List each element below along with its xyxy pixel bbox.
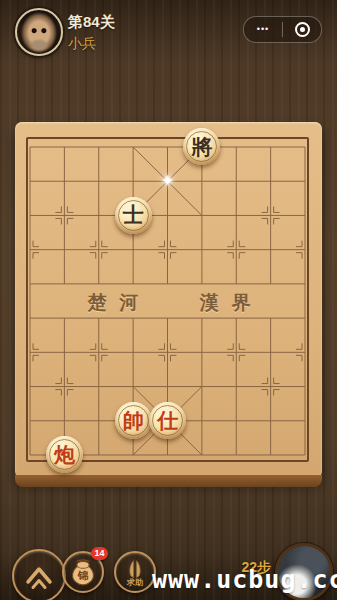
exit-icon bbox=[295, 22, 310, 37]
player-rank: 小兵 bbox=[68, 35, 96, 53]
ask-help-button[interactable]: 求助 bbox=[114, 551, 156, 593]
hint-bag-char: 锦 bbox=[77, 570, 89, 581]
watermark-text: www.ucbug.cc bbox=[152, 565, 337, 594]
hint-count-badge: 14 bbox=[91, 547, 108, 560]
praying-hands-icon: 求助 bbox=[117, 554, 153, 590]
piece-red-炮[interactable]: 炮 bbox=[46, 436, 83, 473]
xiangqi-board: 楚河 漢界 ✦✦將士帥仕炮 bbox=[15, 122, 322, 478]
help-label: 求助 bbox=[126, 578, 143, 587]
app-screen: 第84关 小兵 ••• 楚河 漢界 ✦✦將士帥仕炮 锦 bbox=[0, 0, 337, 600]
header-bar: 第84关 小兵 ••• bbox=[0, 0, 337, 60]
piece-red-帥[interactable]: 帥 bbox=[115, 402, 152, 439]
chevron-up-icon bbox=[14, 551, 64, 600]
hint-bag-button[interactable]: 锦 14 bbox=[62, 551, 104, 593]
expand-menu-button[interactable] bbox=[12, 549, 66, 600]
piece-black-將[interactable]: 將 bbox=[183, 128, 220, 165]
exit-miniprogram-button[interactable] bbox=[283, 22, 321, 37]
player-avatar bbox=[15, 8, 63, 56]
board-grid[interactable]: ✦✦將士帥仕炮 bbox=[13, 130, 322, 472]
more-options-button[interactable]: ••• bbox=[244, 17, 282, 42]
wechat-capsule: ••• bbox=[243, 16, 322, 43]
piece-red-仕[interactable]: 仕 bbox=[149, 402, 186, 439]
piece-black-士[interactable]: 士 bbox=[115, 197, 152, 234]
level-title: 第84关 bbox=[68, 13, 115, 32]
